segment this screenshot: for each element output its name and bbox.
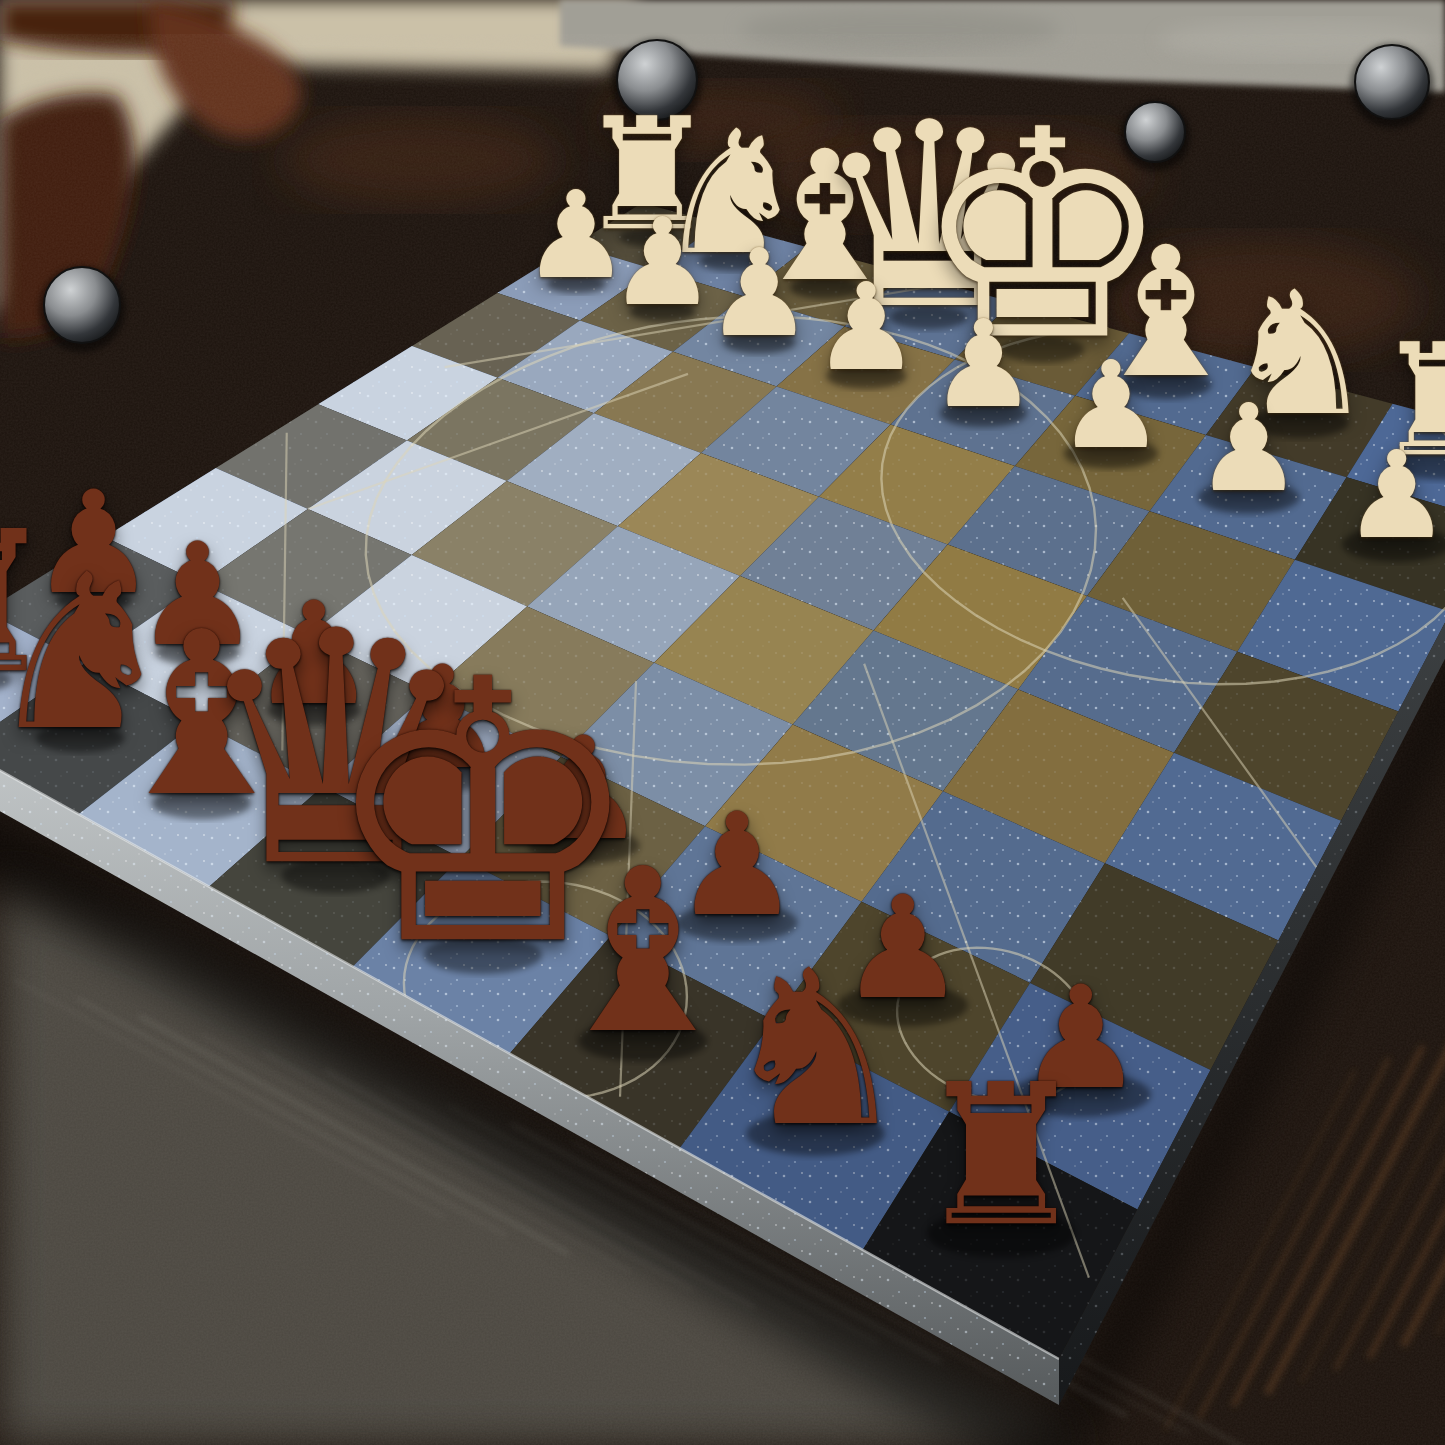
rook-glyph: ♜ <box>914 1059 1089 1254</box>
pawn-glyph: ♟ <box>929 304 1037 424</box>
photo-stage: ♜♞♟♝♟♛♟♚♟♝♟♞♟♜♟♟♟♟♜♟♞♟♝♟♛♟♚♟♝♟♞♜ <box>0 0 1445 1445</box>
pawn-glyph: ♟ <box>812 267 920 387</box>
piece-white-pawn-e2[interactable]: ♟ <box>929 304 1037 424</box>
pawn-glyph: ♟ <box>1343 435 1445 555</box>
piece-white-pawn-g2[interactable]: ♟ <box>1195 388 1303 508</box>
piece-white-pawn-d2[interactable]: ♟ <box>812 267 920 387</box>
piece-brown-knight-g8[interactable]: ♞ <box>719 942 911 1156</box>
bishop-glyph: ♝ <box>541 839 744 1065</box>
piece-white-pawn-b2[interactable]: ♟ <box>609 202 717 322</box>
piece-white-pawn-c2[interactable]: ♟ <box>705 233 813 353</box>
pawn-glyph: ♟ <box>1195 388 1303 508</box>
piece-white-pawn-f2[interactable]: ♟ <box>1057 345 1165 465</box>
pieces-layer: ♜♞♟♝♟♛♟♚♟♝♟♞♟♜♟♟♟♟♜♟♞♟♝♟♛♟♚♟♝♟♞♜ <box>0 0 1445 1445</box>
piece-brown-rook-h8[interactable]: ♜ <box>914 1059 1089 1254</box>
piece-brown-bishop-f8[interactable]: ♝ <box>541 839 744 1065</box>
pawn-glyph: ♟ <box>609 202 717 322</box>
piece-white-pawn-h2[interactable]: ♟ <box>1343 435 1445 555</box>
pawn-glyph: ♟ <box>705 233 813 353</box>
pawn-glyph: ♟ <box>1057 345 1165 465</box>
knight-glyph: ♞ <box>719 942 911 1156</box>
